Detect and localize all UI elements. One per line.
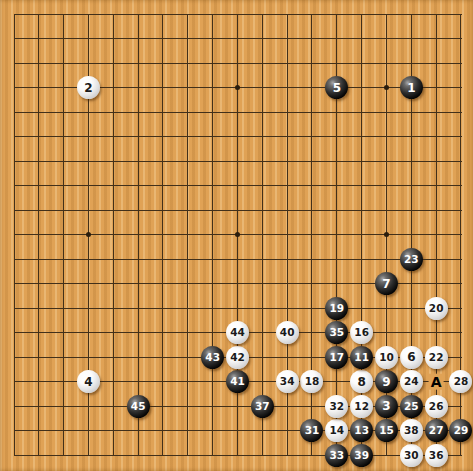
grid-line-vertical [436,14,437,456]
go-stone-black-29[interactable]: 29 [449,419,472,442]
go-stone-black-13[interactable]: 13 [350,419,373,442]
grid-line-vertical [187,14,188,456]
grid-line-horizontal [14,112,462,113]
go-stone-white-4[interactable]: 4 [77,370,100,393]
go-stone-black-27[interactable]: 27 [425,419,448,442]
go-stone-white-30[interactable]: 30 [400,444,423,467]
grid-line-vertical [113,14,114,456]
grid-line-vertical [63,14,64,456]
go-stone-white-8[interactable]: 8 [350,370,373,393]
grid-line-vertical [138,14,139,456]
go-stone-white-14[interactable]: 14 [325,419,348,442]
grid-line-vertical [14,14,15,456]
go-stone-white-6[interactable]: 6 [400,346,423,369]
go-stone-white-2[interactable]: 2 [77,76,100,99]
go-stone-white-26[interactable]: 26 [425,395,448,418]
go-stone-black-23[interactable]: 23 [400,248,423,271]
go-stone-white-36[interactable]: 36 [425,444,448,467]
grid-line-horizontal [14,210,462,211]
grid-line-vertical [162,14,163,456]
go-board[interactable]: 1234567891011121314151617181920222324252… [0,0,473,471]
go-stone-black-15[interactable]: 15 [375,419,398,442]
go-stone-white-16[interactable]: 16 [350,321,373,344]
go-stone-white-40[interactable]: 40 [276,321,299,344]
go-stone-black-17[interactable]: 17 [325,346,348,369]
go-stone-black-19[interactable]: 19 [325,297,348,320]
go-stone-white-34[interactable]: 34 [276,370,299,393]
go-stone-white-22[interactable]: 22 [425,346,448,369]
go-stone-white-42[interactable]: 42 [226,346,249,369]
go-stone-black-45[interactable]: 45 [127,395,150,418]
grid-line-horizontal [14,63,462,64]
grid-line-vertical [262,14,263,456]
go-stone-black-41[interactable]: 41 [226,370,249,393]
go-stone-white-10[interactable]: 10 [375,346,398,369]
hoshi-star-point [235,85,240,90]
go-stone-black-3[interactable]: 3 [375,395,398,418]
go-stone-black-31[interactable]: 31 [300,419,323,442]
go-stone-white-32[interactable]: 32 [325,395,348,418]
hoshi-star-point [384,232,389,237]
grid-line-vertical [38,14,39,456]
hoshi-star-point [86,232,91,237]
go-stone-black-33[interactable]: 33 [325,444,348,467]
hoshi-star-point [384,85,389,90]
grid-line-horizontal [14,259,462,260]
go-stone-black-1[interactable]: 1 [400,76,423,99]
go-stone-white-28[interactable]: 28 [449,370,472,393]
grid-line-horizontal [14,14,462,15]
point-label-A[interactable]: A [429,373,444,389]
go-stone-white-24[interactable]: 24 [400,370,423,393]
grid-line-horizontal [14,161,462,162]
grid-line-horizontal [14,308,462,309]
go-stone-white-20[interactable]: 20 [425,297,448,320]
hoshi-star-point [235,232,240,237]
go-stone-white-18[interactable]: 18 [300,370,323,393]
go-stone-black-35[interactable]: 35 [325,321,348,344]
go-stone-black-43[interactable]: 43 [201,346,224,369]
go-stone-white-38[interactable]: 38 [400,419,423,442]
go-stone-black-7[interactable]: 7 [375,272,398,295]
go-stone-black-39[interactable]: 39 [350,444,373,467]
grid-line-horizontal [14,185,462,186]
grid-line-vertical [212,14,213,456]
go-stone-black-11[interactable]: 11 [350,346,373,369]
grid-line-horizontal [14,136,462,137]
go-stone-white-44[interactable]: 44 [226,321,249,344]
go-stone-white-12[interactable]: 12 [350,395,373,418]
grid-line-horizontal [14,455,462,456]
go-stone-black-37[interactable]: 37 [251,395,274,418]
go-stone-black-9[interactable]: 9 [375,370,398,393]
go-stone-black-5[interactable]: 5 [325,76,348,99]
go-stone-black-25[interactable]: 25 [400,395,423,418]
grid-line-horizontal [14,38,462,39]
